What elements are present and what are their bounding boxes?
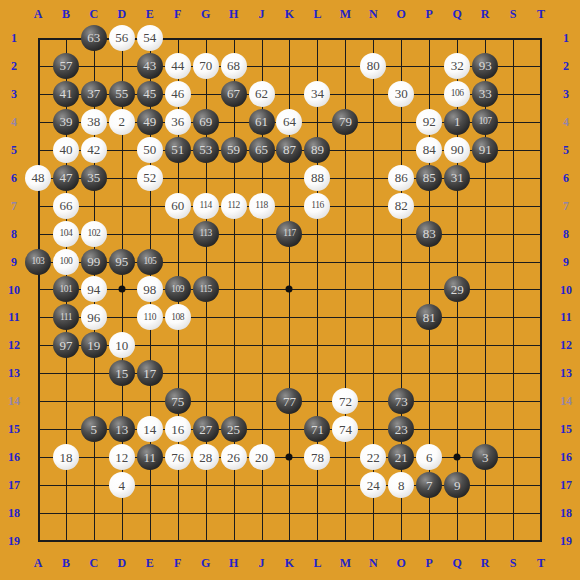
board-point-P11[interactable]: 81 (415, 303, 443, 331)
board-point-K18[interactable] (276, 499, 304, 527)
board-point-T14[interactable] (527, 387, 555, 415)
board-point-J3[interactable]: 62 (248, 80, 276, 108)
board-point-K11[interactable] (276, 303, 304, 331)
board-point-G1[interactable] (192, 24, 220, 52)
board-point-R17[interactable] (471, 471, 499, 499)
board-point-T13[interactable] (527, 359, 555, 387)
board-point-N6[interactable] (359, 164, 387, 192)
board-point-D10[interactable] (108, 276, 136, 304)
board-point-B2[interactable]: 57 (52, 52, 80, 80)
board-point-F10[interactable]: 109 (164, 276, 192, 304)
board-point-T8[interactable] (527, 220, 555, 248)
board-point-N19[interactable] (359, 527, 387, 555)
board-point-Q5[interactable]: 90 (443, 136, 471, 164)
board-point-L9[interactable] (303, 248, 331, 276)
board-point-A12[interactable] (24, 331, 52, 359)
board-point-E18[interactable] (136, 499, 164, 527)
board-point-J17[interactable] (248, 471, 276, 499)
board-point-R4[interactable]: 107 (471, 108, 499, 136)
board-point-M16[interactable] (331, 443, 359, 471)
board-point-A1[interactable] (24, 24, 52, 52)
board-point-B14[interactable] (52, 387, 80, 415)
board-point-F6[interactable] (164, 164, 192, 192)
board-point-P3[interactable] (415, 80, 443, 108)
board-point-P1[interactable] (415, 24, 443, 52)
board-point-J4[interactable]: 61 (248, 108, 276, 136)
board-point-M13[interactable] (331, 359, 359, 387)
board-point-G4[interactable]: 69 (192, 108, 220, 136)
board-point-C19[interactable] (80, 527, 108, 555)
board-point-O14[interactable]: 73 (387, 387, 415, 415)
board-point-E10[interactable]: 98 (136, 276, 164, 304)
board-point-G11[interactable] (192, 303, 220, 331)
board-point-S7[interactable] (499, 192, 527, 220)
board-point-E2[interactable]: 43 (136, 52, 164, 80)
board-point-J19[interactable] (248, 527, 276, 555)
board-point-L11[interactable] (303, 303, 331, 331)
board-point-S4[interactable] (499, 108, 527, 136)
board-point-N3[interactable] (359, 80, 387, 108)
board-point-P18[interactable] (415, 499, 443, 527)
board-point-S1[interactable] (499, 24, 527, 52)
board-point-F7[interactable]: 60 (164, 192, 192, 220)
board-point-K15[interactable] (276, 415, 304, 443)
board-point-D14[interactable] (108, 387, 136, 415)
board-point-C17[interactable] (80, 471, 108, 499)
board-point-N12[interactable] (359, 331, 387, 359)
board-point-Q19[interactable] (443, 527, 471, 555)
board-point-T7[interactable] (527, 192, 555, 220)
board-point-Q7[interactable] (443, 192, 471, 220)
board-point-G3[interactable] (192, 80, 220, 108)
board-point-F13[interactable] (164, 359, 192, 387)
board-point-D1[interactable]: 56 (108, 24, 136, 52)
board-point-P14[interactable] (415, 387, 443, 415)
board-point-K5[interactable]: 87 (276, 136, 304, 164)
board-point-G15[interactable]: 27 (192, 415, 220, 443)
board-point-L16[interactable]: 78 (303, 443, 331, 471)
board-point-D5[interactable] (108, 136, 136, 164)
board-point-H10[interactable] (220, 276, 248, 304)
board-point-L10[interactable] (303, 276, 331, 304)
board-point-H13[interactable] (220, 359, 248, 387)
board-point-L18[interactable] (303, 499, 331, 527)
board-point-R7[interactable] (471, 192, 499, 220)
board-point-R11[interactable] (471, 303, 499, 331)
board-point-D17[interactable]: 4 (108, 471, 136, 499)
board-point-O16[interactable]: 21 (387, 443, 415, 471)
board-point-M11[interactable] (331, 303, 359, 331)
board-point-A5[interactable] (24, 136, 52, 164)
board-point-T9[interactable] (527, 248, 555, 276)
board-point-S2[interactable] (499, 52, 527, 80)
board-point-D8[interactable] (108, 220, 136, 248)
board-point-M2[interactable] (331, 52, 359, 80)
board-point-F19[interactable] (164, 527, 192, 555)
board-point-O12[interactable] (387, 331, 415, 359)
board-point-F9[interactable] (164, 248, 192, 276)
board-point-A4[interactable] (24, 108, 52, 136)
board-point-H1[interactable] (220, 24, 248, 52)
board-point-K12[interactable] (276, 331, 304, 359)
board-point-N5[interactable] (359, 136, 387, 164)
board-point-K7[interactable] (276, 192, 304, 220)
board-point-J16[interactable]: 20 (248, 443, 276, 471)
board-point-A6[interactable]: 48 (24, 164, 52, 192)
board-point-H4[interactable] (220, 108, 248, 136)
board-point-T10[interactable] (527, 276, 555, 304)
board-point-O7[interactable]: 82 (387, 192, 415, 220)
board-point-Q2[interactable]: 32 (443, 52, 471, 80)
board-point-B13[interactable] (52, 359, 80, 387)
board-point-M18[interactable] (331, 499, 359, 527)
board-point-A3[interactable] (24, 80, 52, 108)
board-point-K4[interactable]: 64 (276, 108, 304, 136)
board-point-C2[interactable] (80, 52, 108, 80)
board-point-H12[interactable] (220, 331, 248, 359)
board-point-F12[interactable] (164, 331, 192, 359)
board-point-K9[interactable] (276, 248, 304, 276)
board-point-M3[interactable] (331, 80, 359, 108)
board-point-T12[interactable] (527, 331, 555, 359)
board-point-E19[interactable] (136, 527, 164, 555)
board-point-R9[interactable] (471, 248, 499, 276)
board-point-G7[interactable]: 114 (192, 192, 220, 220)
board-point-S10[interactable] (499, 276, 527, 304)
board-point-E13[interactable]: 17 (136, 359, 164, 387)
board-point-J14[interactable] (248, 387, 276, 415)
board-point-H19[interactable] (220, 527, 248, 555)
board-point-F18[interactable] (164, 499, 192, 527)
board-point-K19[interactable] (276, 527, 304, 555)
board-point-O15[interactable]: 23 (387, 415, 415, 443)
board-point-K1[interactable] (276, 24, 304, 52)
board-point-P4[interactable]: 92 (415, 108, 443, 136)
board-point-H16[interactable]: 26 (220, 443, 248, 471)
board-point-G18[interactable] (192, 499, 220, 527)
board-point-S12[interactable] (499, 331, 527, 359)
board-point-K3[interactable] (276, 80, 304, 108)
board-point-C7[interactable] (80, 192, 108, 220)
board-point-Q15[interactable] (443, 415, 471, 443)
board-point-L13[interactable] (303, 359, 331, 387)
board-point-D11[interactable] (108, 303, 136, 331)
board-point-Q17[interactable]: 9 (443, 471, 471, 499)
board-point-S14[interactable] (499, 387, 527, 415)
board-point-L8[interactable] (303, 220, 331, 248)
board-point-J2[interactable] (248, 52, 276, 80)
board-point-H9[interactable] (220, 248, 248, 276)
board-point-B10[interactable]: 101 (52, 276, 80, 304)
board-point-T16[interactable] (527, 443, 555, 471)
board-point-G13[interactable] (192, 359, 220, 387)
board-point-A19[interactable] (24, 527, 52, 555)
board-point-C3[interactable]: 37 (80, 80, 108, 108)
board-point-M14[interactable]: 72 (331, 387, 359, 415)
board-point-N11[interactable] (359, 303, 387, 331)
board-point-G2[interactable]: 70 (192, 52, 220, 80)
board-point-P9[interactable] (415, 248, 443, 276)
board-point-E12[interactable] (136, 331, 164, 359)
board-point-H15[interactable]: 25 (220, 415, 248, 443)
board-point-O9[interactable] (387, 248, 415, 276)
board-point-C4[interactable]: 38 (80, 108, 108, 136)
board-point-L15[interactable]: 71 (303, 415, 331, 443)
board-point-P5[interactable]: 84 (415, 136, 443, 164)
board-point-Q1[interactable] (443, 24, 471, 52)
board-point-G16[interactable]: 28 (192, 443, 220, 471)
board-point-Q9[interactable] (443, 248, 471, 276)
board-point-B5[interactable]: 40 (52, 136, 80, 164)
board-point-R10[interactable] (471, 276, 499, 304)
board-point-R18[interactable] (471, 499, 499, 527)
board-point-S16[interactable] (499, 443, 527, 471)
board-point-M15[interactable]: 74 (331, 415, 359, 443)
board-point-A14[interactable] (24, 387, 52, 415)
board-point-N4[interactable] (359, 108, 387, 136)
board-point-D18[interactable] (108, 499, 136, 527)
board-point-N2[interactable]: 80 (359, 52, 387, 80)
board-point-L7[interactable]: 116 (303, 192, 331, 220)
board-point-N18[interactable] (359, 499, 387, 527)
board-point-O5[interactable] (387, 136, 415, 164)
board-point-A16[interactable] (24, 443, 52, 471)
board-point-T1[interactable] (527, 24, 555, 52)
board-point-B3[interactable]: 41 (52, 80, 80, 108)
board-point-M10[interactable] (331, 276, 359, 304)
board-point-E9[interactable]: 105 (136, 248, 164, 276)
board-point-H8[interactable] (220, 220, 248, 248)
board-point-K14[interactable]: 77 (276, 387, 304, 415)
board-point-R19[interactable] (471, 527, 499, 555)
board-point-O3[interactable]: 30 (387, 80, 415, 108)
board-point-L5[interactable]: 89 (303, 136, 331, 164)
board-point-F1[interactable] (164, 24, 192, 52)
board-point-F16[interactable]: 76 (164, 443, 192, 471)
board-point-A17[interactable] (24, 471, 52, 499)
board-point-F15[interactable]: 16 (164, 415, 192, 443)
board-point-K8[interactable]: 117 (276, 220, 304, 248)
board-point-K16[interactable] (276, 443, 304, 471)
board-point-C13[interactable] (80, 359, 108, 387)
board-point-E4[interactable]: 49 (136, 108, 164, 136)
board-point-O8[interactable] (387, 220, 415, 248)
board-point-P17[interactable]: 7 (415, 471, 443, 499)
board-point-T17[interactable] (527, 471, 555, 499)
board-point-C5[interactable]: 42 (80, 136, 108, 164)
board-point-R1[interactable] (471, 24, 499, 52)
board-point-Q11[interactable] (443, 303, 471, 331)
board-point-R15[interactable] (471, 415, 499, 443)
board-point-J18[interactable] (248, 499, 276, 527)
board-point-D3[interactable]: 55 (108, 80, 136, 108)
board-point-C10[interactable]: 94 (80, 276, 108, 304)
board-point-R8[interactable] (471, 220, 499, 248)
board-point-P10[interactable] (415, 276, 443, 304)
board-point-S18[interactable] (499, 499, 527, 527)
board-point-R13[interactable] (471, 359, 499, 387)
board-point-E6[interactable]: 52 (136, 164, 164, 192)
board-point-B12[interactable]: 97 (52, 331, 80, 359)
board-point-P12[interactable] (415, 331, 443, 359)
board-point-Q13[interactable] (443, 359, 471, 387)
board-point-K2[interactable] (276, 52, 304, 80)
board-point-E17[interactable] (136, 471, 164, 499)
board-point-C14[interactable] (80, 387, 108, 415)
board-point-J12[interactable] (248, 331, 276, 359)
board-point-E14[interactable] (136, 387, 164, 415)
board-point-P8[interactable]: 83 (415, 220, 443, 248)
board-point-E11[interactable]: 110 (136, 303, 164, 331)
board-point-M7[interactable] (331, 192, 359, 220)
board-point-K6[interactable] (276, 164, 304, 192)
board-point-K13[interactable] (276, 359, 304, 387)
board-point-C6[interactable]: 35 (80, 164, 108, 192)
board-point-G5[interactable]: 53 (192, 136, 220, 164)
board-point-S9[interactable] (499, 248, 527, 276)
board-point-T15[interactable] (527, 415, 555, 443)
board-point-K10[interactable] (276, 276, 304, 304)
board-point-Q16[interactable] (443, 443, 471, 471)
board-point-G10[interactable]: 115 (192, 276, 220, 304)
board-point-M5[interactable] (331, 136, 359, 164)
board-point-H2[interactable]: 68 (220, 52, 248, 80)
board-point-D16[interactable]: 12 (108, 443, 136, 471)
board-point-T3[interactable] (527, 80, 555, 108)
board-point-D19[interactable] (108, 527, 136, 555)
board-point-J9[interactable] (248, 248, 276, 276)
board-point-H11[interactable] (220, 303, 248, 331)
board-point-C11[interactable]: 96 (80, 303, 108, 331)
board-point-L17[interactable] (303, 471, 331, 499)
board-point-G6[interactable] (192, 164, 220, 192)
board-point-T4[interactable] (527, 108, 555, 136)
board-point-B16[interactable]: 18 (52, 443, 80, 471)
board-point-B7[interactable]: 66 (52, 192, 80, 220)
board-point-J10[interactable] (248, 276, 276, 304)
board-point-R3[interactable]: 33 (471, 80, 499, 108)
board-point-A18[interactable] (24, 499, 52, 527)
board-point-B8[interactable]: 104 (52, 220, 80, 248)
board-point-N15[interactable] (359, 415, 387, 443)
board-point-N8[interactable] (359, 220, 387, 248)
board-point-A9[interactable]: 103 (24, 248, 52, 276)
board-point-Q4[interactable]: 1 (443, 108, 471, 136)
board-point-F14[interactable]: 75 (164, 387, 192, 415)
board-point-N10[interactable] (359, 276, 387, 304)
board-point-N13[interactable] (359, 359, 387, 387)
board-point-E15[interactable]: 14 (136, 415, 164, 443)
board-point-P2[interactable] (415, 52, 443, 80)
board-point-O1[interactable] (387, 24, 415, 52)
board-point-N7[interactable] (359, 192, 387, 220)
board-point-B18[interactable] (52, 499, 80, 527)
board-point-N16[interactable]: 22 (359, 443, 387, 471)
board-point-D7[interactable] (108, 192, 136, 220)
board-point-M12[interactable] (331, 331, 359, 359)
board-point-D13[interactable]: 15 (108, 359, 136, 387)
board-point-Q18[interactable] (443, 499, 471, 527)
board-point-B15[interactable] (52, 415, 80, 443)
board-point-B1[interactable] (52, 24, 80, 52)
board-point-D2[interactable] (108, 52, 136, 80)
board-point-D4[interactable]: 2 (108, 108, 136, 136)
board-point-R14[interactable] (471, 387, 499, 415)
board-point-O10[interactable] (387, 276, 415, 304)
board-point-M19[interactable] (331, 527, 359, 555)
board-point-C16[interactable] (80, 443, 108, 471)
board-point-O6[interactable]: 86 (387, 164, 415, 192)
board-point-S13[interactable] (499, 359, 527, 387)
board-point-L4[interactable] (303, 108, 331, 136)
board-point-O19[interactable] (387, 527, 415, 555)
board-point-O11[interactable] (387, 303, 415, 331)
board-point-H5[interactable]: 59 (220, 136, 248, 164)
board-point-B4[interactable]: 39 (52, 108, 80, 136)
board-point-J13[interactable] (248, 359, 276, 387)
board-point-T2[interactable] (527, 52, 555, 80)
board-point-S17[interactable] (499, 471, 527, 499)
board-point-J7[interactable]: 118 (248, 192, 276, 220)
board-point-M9[interactable] (331, 248, 359, 276)
board-point-N14[interactable] (359, 387, 387, 415)
board-point-F4[interactable]: 36 (164, 108, 192, 136)
board-point-O17[interactable]: 8 (387, 471, 415, 499)
board-point-P6[interactable]: 85 (415, 164, 443, 192)
board-point-L12[interactable] (303, 331, 331, 359)
board-point-N17[interactable]: 24 (359, 471, 387, 499)
board-point-T5[interactable] (527, 136, 555, 164)
board-point-A10[interactable] (24, 276, 52, 304)
board-point-H3[interactable]: 67 (220, 80, 248, 108)
board-point-P13[interactable] (415, 359, 443, 387)
board-point-A15[interactable] (24, 415, 52, 443)
board-point-L1[interactable] (303, 24, 331, 52)
board-point-G12[interactable] (192, 331, 220, 359)
board-point-C15[interactable]: 5 (80, 415, 108, 443)
board-point-F17[interactable] (164, 471, 192, 499)
board-point-G17[interactable] (192, 471, 220, 499)
board-point-H6[interactable] (220, 164, 248, 192)
board-point-L2[interactable] (303, 52, 331, 80)
board-point-S5[interactable] (499, 136, 527, 164)
board-point-J6[interactable] (248, 164, 276, 192)
board-point-P19[interactable] (415, 527, 443, 555)
board-point-O18[interactable] (387, 499, 415, 527)
board-point-Q10[interactable]: 29 (443, 276, 471, 304)
board-point-T11[interactable] (527, 303, 555, 331)
board-point-A8[interactable] (24, 220, 52, 248)
board-point-R6[interactable] (471, 164, 499, 192)
board-point-S11[interactable] (499, 303, 527, 331)
board-point-J8[interactable] (248, 220, 276, 248)
board-point-J5[interactable]: 65 (248, 136, 276, 164)
board-point-Q12[interactable] (443, 331, 471, 359)
board-point-Q6[interactable]: 31 (443, 164, 471, 192)
board-point-H7[interactable]: 112 (220, 192, 248, 220)
board-point-D15[interactable]: 13 (108, 415, 136, 443)
board-point-F3[interactable]: 46 (164, 80, 192, 108)
board-point-A13[interactable] (24, 359, 52, 387)
board-point-M6[interactable] (331, 164, 359, 192)
board-point-E1[interactable]: 54 (136, 24, 164, 52)
board-point-A11[interactable] (24, 303, 52, 331)
board-point-A2[interactable] (24, 52, 52, 80)
board-point-S3[interactable] (499, 80, 527, 108)
board-point-J11[interactable] (248, 303, 276, 331)
board-point-J1[interactable] (248, 24, 276, 52)
board-point-F2[interactable]: 44 (164, 52, 192, 80)
